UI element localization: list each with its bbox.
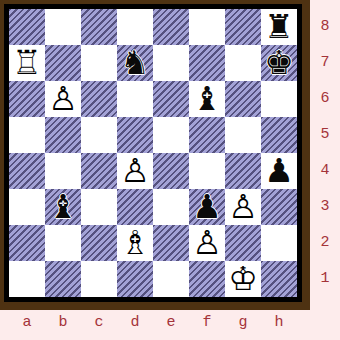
square-e1[interactable] (153, 261, 189, 297)
black-pawn[interactable]: ♟ (189, 189, 225, 225)
white-pawn-glyph-fill: ♟ (117, 153, 153, 189)
square-a7[interactable]: ♜♖ (9, 45, 45, 81)
file-label-e: e (153, 308, 189, 338)
square-a2[interactable] (9, 225, 45, 261)
rank-label-8: 8 (310, 9, 340, 45)
white-king[interactable]: ♚♔ (225, 261, 261, 297)
white-pawn[interactable]: ♟♙ (45, 81, 81, 117)
rank-label-7: 7 (310, 45, 340, 81)
square-g6[interactable] (225, 81, 261, 117)
square-h8[interactable]: ♜ (261, 9, 297, 45)
square-h7[interactable]: ♚ (261, 45, 297, 81)
square-d4[interactable]: ♟♙ (117, 153, 153, 189)
white-king-glyph-fill: ♚ (225, 261, 261, 297)
file-label-f: f (189, 308, 225, 338)
rank-label-3: 3 (310, 189, 340, 225)
square-b4[interactable] (45, 153, 81, 189)
square-g2[interactable] (225, 225, 261, 261)
square-b8[interactable] (45, 9, 81, 45)
white-pawn[interactable]: ♟♙ (189, 225, 225, 261)
white-bishop-glyph: ♗ (117, 225, 153, 261)
square-b2[interactable] (45, 225, 81, 261)
square-d2[interactable]: ♝♗ (117, 225, 153, 261)
square-e7[interactable] (153, 45, 189, 81)
square-c7[interactable] (81, 45, 117, 81)
square-f1[interactable] (189, 261, 225, 297)
square-f2[interactable]: ♟♙ (189, 225, 225, 261)
black-bishop-glyph: ♝ (45, 189, 81, 225)
white-rook[interactable]: ♜♖ (9, 45, 45, 81)
square-g8[interactable] (225, 9, 261, 45)
square-e8[interactable] (153, 9, 189, 45)
file-label-c: c (81, 308, 117, 338)
black-king[interactable]: ♚ (261, 45, 297, 81)
black-king-glyph: ♚ (261, 45, 297, 81)
square-b3[interactable]: ♝ (45, 189, 81, 225)
file-label-a: a (9, 308, 45, 338)
white-pawn-glyph: ♙ (117, 153, 153, 189)
square-h6[interactable] (261, 81, 297, 117)
square-d1[interactable] (117, 261, 153, 297)
file-label-h: h (261, 308, 297, 338)
square-h5[interactable] (261, 117, 297, 153)
square-d3[interactable] (117, 189, 153, 225)
square-a4[interactable] (9, 153, 45, 189)
square-a5[interactable] (9, 117, 45, 153)
square-h4[interactable]: ♟ (261, 153, 297, 189)
square-h1[interactable] (261, 261, 297, 297)
square-c1[interactable] (81, 261, 117, 297)
square-a8[interactable] (9, 9, 45, 45)
square-c2[interactable] (81, 225, 117, 261)
file-label-b: b (45, 308, 81, 338)
black-knight-glyph: ♞ (117, 45, 153, 81)
square-f3[interactable]: ♟ (189, 189, 225, 225)
square-g3[interactable]: ♟♙ (225, 189, 261, 225)
black-bishop[interactable]: ♝ (45, 189, 81, 225)
square-b1[interactable] (45, 261, 81, 297)
square-d5[interactable] (117, 117, 153, 153)
square-d7[interactable]: ♞ (117, 45, 153, 81)
white-bishop-glyph-fill: ♝ (117, 225, 153, 261)
rank-label-6: 6 (310, 81, 340, 117)
square-f8[interactable] (189, 9, 225, 45)
white-pawn[interactable]: ♟♙ (225, 189, 261, 225)
rank-label-1: 1 (310, 261, 340, 297)
white-pawn-glyph-fill: ♟ (45, 81, 81, 117)
square-e3[interactable] (153, 189, 189, 225)
board-frame: ♜♜♖♞♚♟♙♝♟♙♟♝♟♟♙♝♗♟♙♚♔ (0, 0, 310, 310)
square-d6[interactable] (117, 81, 153, 117)
square-g1[interactable]: ♚♔ (225, 261, 261, 297)
square-e6[interactable] (153, 81, 189, 117)
black-bishop[interactable]: ♝ (189, 81, 225, 117)
square-f4[interactable] (189, 153, 225, 189)
square-f7[interactable] (189, 45, 225, 81)
black-pawn-glyph: ♟ (189, 189, 225, 225)
square-g7[interactable] (225, 45, 261, 81)
white-rook-glyph-fill: ♜ (9, 45, 45, 81)
square-g4[interactable] (225, 153, 261, 189)
square-h3[interactable] (261, 189, 297, 225)
square-a3[interactable] (9, 189, 45, 225)
white-pawn[interactable]: ♟♙ (117, 153, 153, 189)
white-pawn-glyph-fill: ♟ (225, 189, 261, 225)
white-bishop[interactable]: ♝♗ (117, 225, 153, 261)
rank-label-5: 5 (310, 117, 340, 153)
chess-diagram: ♜♜♖♞♚♟♙♝♟♙♟♝♟♟♙♝♗♟♙♚♔ 87654321 abcdefgh (0, 0, 340, 340)
file-labels: abcdefgh (9, 308, 297, 338)
square-a6[interactable] (9, 81, 45, 117)
black-pawn[interactable]: ♟ (261, 153, 297, 189)
black-rook[interactable]: ♜ (261, 9, 297, 45)
square-c3[interactable] (81, 189, 117, 225)
white-pawn-glyph: ♙ (189, 225, 225, 261)
square-b5[interactable] (45, 117, 81, 153)
white-pawn-glyph-fill: ♟ (189, 225, 225, 261)
square-b7[interactable] (45, 45, 81, 81)
rank-label-4: 4 (310, 153, 340, 189)
white-rook-glyph: ♖ (9, 45, 45, 81)
white-pawn-glyph: ♙ (45, 81, 81, 117)
square-e4[interactable] (153, 153, 189, 189)
black-knight[interactable]: ♞ (117, 45, 153, 81)
square-f6[interactable]: ♝ (189, 81, 225, 117)
square-f5[interactable] (189, 117, 225, 153)
square-h2[interactable] (261, 225, 297, 261)
square-a1[interactable] (9, 261, 45, 297)
square-g5[interactable] (225, 117, 261, 153)
file-label-d: d (117, 308, 153, 338)
square-e5[interactable] (153, 117, 189, 153)
square-b6[interactable]: ♟♙ (45, 81, 81, 117)
square-d8[interactable] (117, 9, 153, 45)
file-label-g: g (225, 308, 261, 338)
black-bishop-glyph: ♝ (189, 81, 225, 117)
square-c6[interactable] (81, 81, 117, 117)
white-king-glyph: ♔ (225, 261, 261, 297)
white-pawn-glyph: ♙ (225, 189, 261, 225)
square-c8[interactable] (81, 9, 117, 45)
black-pawn-glyph: ♟ (261, 153, 297, 189)
square-c5[interactable] (81, 117, 117, 153)
rank-label-2: 2 (310, 225, 340, 261)
square-c4[interactable] (81, 153, 117, 189)
square-e2[interactable] (153, 225, 189, 261)
rank-labels: 87654321 (310, 9, 340, 297)
black-rook-glyph: ♜ (261, 9, 297, 45)
chess-board[interactable]: ♜♜♖♞♚♟♙♝♟♙♟♝♟♟♙♝♗♟♙♚♔ (4, 4, 302, 302)
